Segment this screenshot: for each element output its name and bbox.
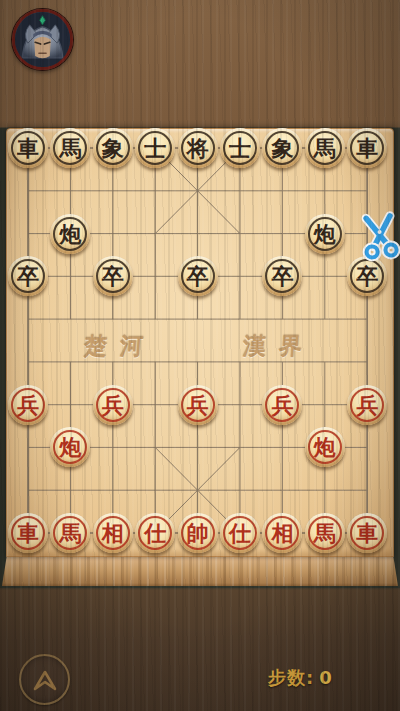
step-counter-label: 步数: — [268, 667, 314, 688]
piece-glyph: 馬 — [59, 522, 81, 544]
piece-glyph: 車 — [17, 522, 39, 544]
piece-red-cannon[interactable]: 炮 — [305, 427, 345, 467]
piece-red-rook[interactable]: 車 — [347, 513, 387, 553]
board-front-edge — [2, 556, 398, 586]
piece-red-advisor[interactable]: 仕 — [220, 513, 260, 553]
piece-glyph: 兵 — [271, 394, 293, 416]
scissors-icon[interactable] — [359, 210, 400, 264]
piece-red-advisor[interactable]: 仕 — [135, 513, 175, 553]
piece-glyph: 兵 — [102, 394, 124, 416]
piece-black-advisor[interactable]: 士 — [135, 128, 175, 168]
piece-glyph: 士 — [144, 137, 166, 159]
piece-glyph: 仕 — [229, 522, 251, 544]
piece-glyph: 卒 — [271, 265, 293, 287]
piece-glyph: 馬 — [314, 137, 336, 159]
piece-black-general[interactable]: 将 — [178, 128, 218, 168]
piece-glyph: 士 — [229, 137, 251, 159]
piece-black-cannon[interactable]: 炮 — [50, 214, 90, 254]
piece-glyph: 炮 — [314, 436, 336, 458]
piece-glyph: 卒 — [356, 265, 378, 287]
piece-glyph: 車 — [356, 137, 378, 159]
piece-red-soldier[interactable]: 兵 — [262, 385, 302, 425]
piece-glyph: 相 — [271, 522, 293, 544]
piece-glyph: 帥 — [187, 522, 209, 544]
board-grid — [6, 128, 394, 557]
piece-red-elephant[interactable]: 相 — [93, 513, 133, 553]
avatar-portrait-icon — [15, 12, 70, 67]
piece-glyph: 炮 — [314, 223, 336, 245]
piece-black-rook[interactable]: 車 — [347, 128, 387, 168]
piece-glyph: 象 — [271, 137, 293, 159]
piece-red-horse[interactable]: 馬 — [305, 513, 345, 553]
piece-glyph: 炮 — [59, 223, 81, 245]
piece-glyph: 馬 — [314, 522, 336, 544]
piece-red-soldier[interactable]: 兵 — [8, 385, 48, 425]
board-edge-grain — [2, 556, 398, 586]
piece-glyph: 象 — [102, 137, 124, 159]
player-avatar[interactable] — [12, 9, 73, 70]
piece-black-cannon[interactable]: 炮 — [305, 214, 345, 254]
piece-black-advisor[interactable]: 士 — [220, 128, 260, 168]
piece-glyph: 卒 — [102, 265, 124, 287]
piece-red-soldier[interactable]: 兵 — [178, 385, 218, 425]
step-counter: 步数:0 — [268, 666, 333, 690]
piece-glyph: 相 — [102, 522, 124, 544]
game-screen: 楚河 漢界 車馬象士将士象馬車炮炮卒卒卒卒卒兵兵兵兵兵炮炮車馬相仕帥仕相馬車 — [0, 0, 400, 711]
piece-red-soldier[interactable]: 兵 — [93, 385, 133, 425]
river-label-right: 漢界 — [242, 331, 316, 362]
piece-glyph: 仕 — [144, 522, 166, 544]
piece-glyph: 車 — [17, 137, 39, 159]
piece-glyph: 将 — [187, 137, 209, 159]
step-counter-value: 0 — [319, 667, 333, 688]
river-label-left: 楚河 — [83, 331, 157, 362]
piece-glyph: 兵 — [356, 394, 378, 416]
piece-glyph: 卒 — [17, 265, 39, 287]
piece-glyph: 炮 — [59, 436, 81, 458]
piece-red-rook[interactable]: 車 — [8, 513, 48, 553]
piece-black-horse[interactable]: 馬 — [305, 128, 345, 168]
piece-glyph: 馬 — [59, 137, 81, 159]
piece-glyph: 卒 — [187, 265, 209, 287]
piece-red-soldier[interactable]: 兵 — [347, 385, 387, 425]
expand-menu-button[interactable] — [19, 654, 70, 705]
piece-black-soldier[interactable]: 卒 — [93, 256, 133, 296]
piece-glyph: 兵 — [187, 394, 209, 416]
piece-black-soldier[interactable]: 卒 — [178, 256, 218, 296]
piece-red-general[interactable]: 帥 — [178, 513, 218, 553]
piece-black-rook[interactable]: 車 — [8, 128, 48, 168]
piece-glyph: 兵 — [17, 394, 39, 416]
piece-black-elephant[interactable]: 象 — [93, 128, 133, 168]
up-arrow-icon — [32, 669, 58, 691]
piece-glyph: 車 — [356, 522, 378, 544]
